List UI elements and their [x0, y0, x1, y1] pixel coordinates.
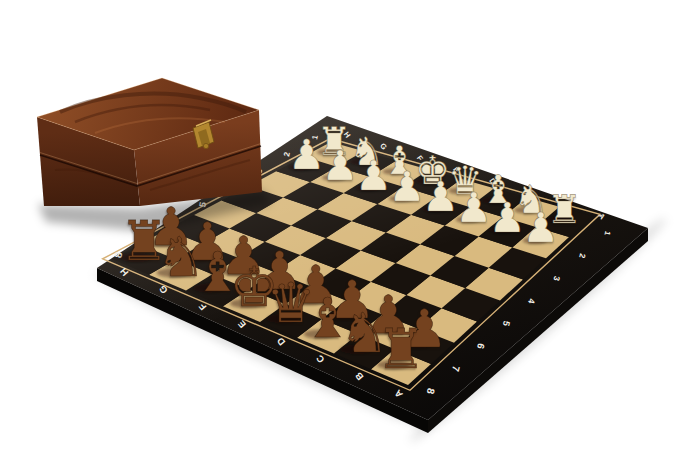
pieces-layer: ♜♞♝♛♚♝♞♜♟♟♟♟♟♟♟♟♟♟♟♟♟♟♟♟♜♞♝♛♚♝♞♜: [0, 0, 700, 460]
piece-white-pawn-b2: ♟: [489, 198, 526, 239]
chess-set-product-photo: AABBCCDDEEFFGGHH1122334455667788 ♜♞♝♛♚♝♞…: [0, 0, 700, 460]
piece-white-pawn-c2: ♟: [455, 188, 492, 229]
piece-white-pawn-a2: ♟: [522, 209, 559, 250]
piece-white-pawn-h2: ♟: [288, 135, 325, 176]
piece-white-pawn-e2: ♟: [388, 167, 425, 208]
piece-white-pawn-g2: ♟: [322, 146, 359, 187]
piece-black-rook-h8: ♜: [119, 214, 168, 269]
piece-white-pawn-f2: ♟: [355, 156, 392, 197]
piece-white-pawn-d2: ♟: [422, 177, 459, 218]
